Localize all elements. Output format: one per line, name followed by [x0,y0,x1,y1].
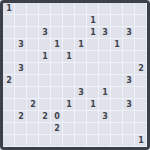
grid-cell-clue[interactable]: 1 [99,87,111,99]
clue-number: 3 [126,77,132,85]
grid-cell[interactable] [135,87,147,99]
grid-cell[interactable] [123,135,135,147]
grid-cell[interactable] [63,3,75,15]
grid-cell[interactable] [75,3,87,15]
grid-cell-clue[interactable]: 1 [39,51,51,63]
grid-cell[interactable] [87,51,99,63]
clue-number: 1 [66,53,72,61]
grid-cell[interactable] [63,39,75,51]
grid-cell[interactable] [15,87,27,99]
grid-cell-clue[interactable]: 3 [99,111,111,123]
clue-number: 3 [102,29,108,37]
grid-cell[interactable] [111,51,123,63]
grid-cell[interactable] [75,75,87,87]
grid-cell[interactable] [51,135,63,147]
grid-cell-clue[interactable]: 1 [3,3,15,15]
grid-cell[interactable] [99,123,111,135]
grid-cell-clue[interactable]: 3 [39,27,51,39]
grid-cell-clue[interactable]: 3 [15,63,27,75]
grid-cell[interactable] [111,3,123,15]
grid-cell[interactable] [3,111,15,123]
grid-cell[interactable] [135,3,147,15]
grid-cell[interactable] [75,111,87,123]
grid-cell[interactable] [135,51,147,63]
grid-cell[interactable] [63,75,75,87]
clue-number: 2 [42,113,48,121]
grid-cell[interactable] [63,135,75,147]
grid-cell[interactable] [123,51,135,63]
grid-cell[interactable] [51,87,63,99]
grid-cell[interactable] [99,51,111,63]
grid-cell[interactable] [111,87,123,99]
grid-cell[interactable] [135,39,147,51]
grid-cell[interactable] [123,111,135,123]
clue-number: 2 [138,65,144,73]
grid-cell[interactable] [99,99,111,111]
grid-cell[interactable] [3,39,15,51]
clue-number: 1 [102,89,108,97]
grid-cell-clue[interactable]: 1 [51,39,63,51]
grid-cell-clue[interactable]: 2 [51,123,63,135]
grid-cell[interactable] [123,15,135,27]
puzzle-board: 1131333111113223312113220321 [0,0,150,150]
grid-cell-clue[interactable]: 1 [87,99,99,111]
clue-number: 1 [66,101,72,109]
grid-cell[interactable] [27,51,39,63]
grid-cell[interactable] [99,39,111,51]
grid-cell[interactable] [111,99,123,111]
grid-cell[interactable] [27,87,39,99]
grid-cell-clue[interactable]: 2 [3,75,15,87]
grid-cell[interactable] [3,15,15,27]
grid-cell[interactable] [87,87,99,99]
grid-cell[interactable] [111,15,123,27]
grid-cell[interactable] [39,123,51,135]
clue-number: 1 [42,53,48,61]
clue-number: 1 [54,41,60,49]
grid-cell[interactable] [75,63,87,75]
grid-cell[interactable] [15,135,27,147]
grid-cell[interactable] [135,123,147,135]
grid-cell[interactable] [51,3,63,15]
grid-cell[interactable] [111,111,123,123]
grid-cell-clue[interactable]: 1 [87,15,99,27]
clue-number: 1 [90,17,96,25]
grid-cell[interactable] [27,39,39,51]
grid-cell[interactable] [3,63,15,75]
grid-cell[interactable] [99,15,111,27]
grid-cell[interactable] [75,15,87,27]
grid-cell[interactable] [63,27,75,39]
grid-cell[interactable] [87,3,99,15]
grid-cell[interactable] [15,75,27,87]
grid-cell[interactable] [15,15,27,27]
grid-cell[interactable] [111,75,123,87]
grid-cell[interactable] [27,15,39,27]
grid-cell[interactable] [135,99,147,111]
grid-cell[interactable] [87,135,99,147]
clue-number: 3 [126,29,132,37]
grid-cell[interactable] [75,99,87,111]
clue-number: 1 [90,101,96,109]
grid-cell[interactable] [111,27,123,39]
grid-cell[interactable] [123,63,135,75]
grid-cell-clue[interactable]: 2 [39,111,51,123]
grid-cell-clue[interactable]: 1 [111,39,123,51]
grid-cell-clue[interactable]: 3 [123,75,135,87]
grid-cell[interactable] [27,111,39,123]
grid-cell[interactable] [39,135,51,147]
grid-cell[interactable] [75,27,87,39]
grid-cell-clue[interactable]: 3 [123,99,135,111]
grid-cell[interactable] [87,123,99,135]
grid-cell[interactable] [27,135,39,147]
grid-cell[interactable] [15,3,27,15]
grid-cell-clue[interactable]: 3 [15,39,27,51]
clue-number: 2 [6,77,12,85]
grid-cell[interactable] [51,27,63,39]
grid-cell[interactable] [123,123,135,135]
grid-cell[interactable] [39,39,51,51]
grid-cell[interactable] [63,15,75,27]
grid-cell[interactable] [3,27,15,39]
clue-number: 1 [90,29,96,37]
grid-cell-clue[interactable]: 2 [135,63,147,75]
grid-cell[interactable] [39,15,51,27]
grid-cell-clue[interactable]: 3 [99,27,111,39]
grid-cell[interactable] [99,75,111,87]
grid-cell[interactable] [51,99,63,111]
grid-cell[interactable] [111,123,123,135]
grid-cell[interactable] [27,63,39,75]
clue-number: 2 [18,113,24,121]
grid-cell[interactable] [3,51,15,63]
grid-cell-clue[interactable]: 1 [63,99,75,111]
grid-cell[interactable] [87,39,99,51]
grid-cell[interactable] [15,99,27,111]
clue-number: 1 [6,5,12,13]
grid-cell-clue[interactable]: 1 [75,39,87,51]
grid-cell[interactable] [39,63,51,75]
clue-number: 3 [102,113,108,121]
clue-number: 1 [114,41,120,49]
grid-cell[interactable] [15,51,27,63]
clue-number: 3 [18,65,24,73]
grid-cell[interactable] [75,123,87,135]
grid-cell-clue[interactable]: 2 [27,99,39,111]
grid-cell[interactable] [27,123,39,135]
grid-cell-clue[interactable]: 2 [15,111,27,123]
grid-cell[interactable] [3,87,15,99]
clue-number: 3 [78,89,84,97]
grid-cell-clue[interactable]: 0 [51,111,63,123]
grid-cell[interactable] [39,87,51,99]
grid-cell-clue[interactable]: 1 [135,135,147,147]
clue-number: 1 [138,137,144,145]
grid-cell[interactable] [135,111,147,123]
grid-cell[interactable] [39,99,51,111]
grid-cell[interactable] [123,3,135,15]
grid-cell[interactable] [99,63,111,75]
grid-cell[interactable] [123,39,135,51]
grid-cell[interactable] [63,123,75,135]
clue-number: 3 [126,101,132,109]
clue-number: 0 [54,113,60,121]
clue-number: 3 [18,41,24,49]
grid-cell[interactable] [51,15,63,27]
grid-cell[interactable] [39,75,51,87]
grid-cell[interactable] [51,63,63,75]
grid-cell[interactable] [135,15,147,27]
grid-cell[interactable] [27,75,39,87]
grid-cell[interactable] [99,135,111,147]
grid-cell[interactable] [135,75,147,87]
clue-number: 2 [30,101,36,109]
clue-number: 2 [54,125,60,133]
grid-cell[interactable] [63,111,75,123]
grid-cell[interactable] [15,123,27,135]
grid-cell[interactable] [51,75,63,87]
grid-cell[interactable] [87,63,99,75]
grid-cell-clue[interactable]: 1 [63,51,75,63]
grid-cell[interactable] [3,123,15,135]
grid-cell[interactable] [27,27,39,39]
grid-cell[interactable] [27,3,39,15]
clue-number: 1 [78,41,84,49]
grid-cell[interactable] [99,3,111,15]
grid-cell[interactable] [111,63,123,75]
grid-cell-clue[interactable]: 3 [123,27,135,39]
grid-cell-clue[interactable]: 1 [87,27,99,39]
grid-cell[interactable] [15,27,27,39]
puzzle-grid: 1131333111113223312113220321 [3,3,147,147]
grid-cell[interactable] [87,111,99,123]
grid-cell[interactable] [123,87,135,99]
grid-cell[interactable] [63,63,75,75]
grid-cell[interactable] [111,135,123,147]
grid-cell[interactable] [135,27,147,39]
grid-cell[interactable] [75,135,87,147]
grid-cell[interactable] [75,51,87,63]
grid-cell[interactable] [39,3,51,15]
clue-number: 3 [42,29,48,37]
grid-cell[interactable] [3,99,15,111]
grid-cell-clue[interactable]: 3 [75,87,87,99]
grid-cell[interactable] [51,51,63,63]
grid-cell[interactable] [3,135,15,147]
grid-cell[interactable] [63,87,75,99]
grid-cell[interactable] [87,75,99,87]
